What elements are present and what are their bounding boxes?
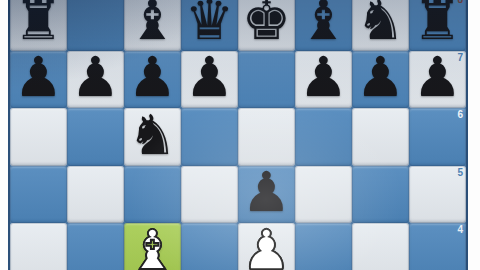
square-c5[interactable] xyxy=(124,166,181,224)
square-e4[interactable]: ♟ xyxy=(238,223,295,270)
square-d8[interactable]: ♛ xyxy=(181,0,238,51)
black-pawn-d7[interactable]: ♟ xyxy=(185,50,234,105)
square-e7[interactable] xyxy=(238,51,295,109)
rank-label-8: 8 xyxy=(457,0,463,5)
square-e8[interactable]: ♚ xyxy=(238,0,295,51)
square-a6[interactable] xyxy=(10,108,67,166)
square-a8[interactable]: ♜ xyxy=(10,0,67,51)
black-queen-d8[interactable]: ♛ xyxy=(185,0,234,48)
black-bishop-f8[interactable]: ♝ xyxy=(299,0,348,48)
black-knight-c6[interactable]: ♞ xyxy=(128,108,177,163)
chess-board[interactable]: ♜♝♛♚♝♞♜8♟♟♟♟♟♟♟7♞6♟5♝♟4 xyxy=(8,0,468,270)
black-bishop-c8[interactable]: ♝ xyxy=(128,0,177,48)
square-d7[interactable]: ♟ xyxy=(181,51,238,109)
square-d5[interactable] xyxy=(181,166,238,224)
square-h8[interactable]: ♜8 xyxy=(409,0,466,51)
rank-label-5: 5 xyxy=(457,167,463,178)
black-pawn-h7[interactable]: ♟ xyxy=(413,50,462,105)
square-h4[interactable]: 4 xyxy=(409,223,466,270)
square-b8[interactable] xyxy=(67,0,124,51)
square-a4[interactable] xyxy=(10,223,67,270)
black-rook-h8[interactable]: ♜ xyxy=(413,0,462,48)
square-f8[interactable]: ♝ xyxy=(295,0,352,51)
square-g7[interactable]: ♟ xyxy=(352,51,409,109)
black-king-e8[interactable]: ♚ xyxy=(242,0,291,48)
square-f5[interactable] xyxy=(295,166,352,224)
square-c4[interactable]: ♝ xyxy=(124,223,181,270)
square-h5[interactable]: 5 xyxy=(409,166,466,224)
video-frame: ♜♝♛♚♝♞♜8♟♟♟♟♟♟♟7♞6♟5♝♟4 xyxy=(0,0,480,270)
square-c7[interactable]: ♟ xyxy=(124,51,181,109)
square-b7[interactable]: ♟ xyxy=(67,51,124,109)
black-pawn-f7[interactable]: ♟ xyxy=(299,50,348,105)
black-pawn-e5[interactable]: ♟ xyxy=(242,165,291,220)
square-g4[interactable] xyxy=(352,223,409,270)
square-e5[interactable]: ♟ xyxy=(238,166,295,224)
square-e6[interactable] xyxy=(238,108,295,166)
right-white-bar xyxy=(468,0,480,270)
black-pawn-b7[interactable]: ♟ xyxy=(71,50,120,105)
square-a7[interactable]: ♟ xyxy=(10,51,67,109)
square-h6[interactable]: 6 xyxy=(409,108,466,166)
square-g6[interactable] xyxy=(352,108,409,166)
square-b6[interactable] xyxy=(67,108,124,166)
black-knight-g8[interactable]: ♞ xyxy=(356,0,405,48)
black-rook-a8[interactable]: ♜ xyxy=(14,0,63,48)
square-d6[interactable] xyxy=(181,108,238,166)
square-b5[interactable] xyxy=(67,166,124,224)
square-f4[interactable] xyxy=(295,223,352,270)
rank-label-4: 4 xyxy=(457,224,463,235)
square-b4[interactable] xyxy=(67,223,124,270)
black-pawn-c7[interactable]: ♟ xyxy=(128,50,177,105)
square-g8[interactable]: ♞ xyxy=(352,0,409,51)
square-a5[interactable] xyxy=(10,166,67,224)
white-pawn-e4[interactable]: ♟ xyxy=(242,223,291,270)
square-g5[interactable] xyxy=(352,166,409,224)
left-white-bar xyxy=(0,0,8,270)
white-bishop-c4[interactable]: ♝ xyxy=(128,223,177,270)
square-d4[interactable] xyxy=(181,223,238,270)
square-c8[interactable]: ♝ xyxy=(124,0,181,51)
rank-label-7: 7 xyxy=(457,52,463,63)
rank-label-6: 6 xyxy=(457,109,463,120)
square-h7[interactable]: ♟7 xyxy=(409,51,466,109)
black-pawn-a7[interactable]: ♟ xyxy=(14,50,63,105)
square-c6[interactable]: ♞ xyxy=(124,108,181,166)
square-f7[interactable]: ♟ xyxy=(295,51,352,109)
square-f6[interactable] xyxy=(295,108,352,166)
black-pawn-g7[interactable]: ♟ xyxy=(356,50,405,105)
